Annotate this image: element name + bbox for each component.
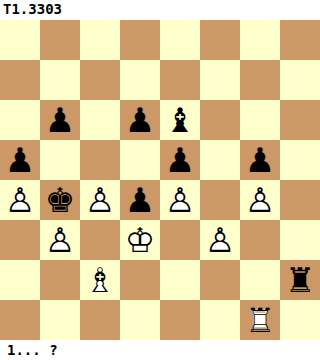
white-pawn[interactable]: ♟♙ — [40, 220, 80, 260]
black-pawn[interactable]: ♟ — [120, 180, 160, 220]
square-e5[interactable]: ♟ — [160, 140, 200, 180]
square-g3[interactable] — [240, 220, 280, 260]
square-h7[interactable] — [280, 60, 320, 100]
square-a7[interactable] — [0, 60, 40, 100]
square-g2[interactable] — [240, 260, 280, 300]
square-c7[interactable] — [80, 60, 120, 100]
square-f6[interactable] — [200, 100, 240, 140]
square-e7[interactable] — [160, 60, 200, 100]
square-c2[interactable]: ♝♗ — [80, 260, 120, 300]
square-e2[interactable] — [160, 260, 200, 300]
piece-fill: ♝ — [160, 100, 200, 140]
square-e8[interactable] — [160, 20, 200, 60]
piece-fill: ♟ — [0, 140, 40, 180]
square-f5[interactable] — [200, 140, 240, 180]
square-d2[interactable] — [120, 260, 160, 300]
black-bishop[interactable]: ♝ — [160, 100, 200, 140]
square-d6[interactable]: ♟ — [120, 100, 160, 140]
square-d1[interactable] — [120, 300, 160, 340]
chess-board: ♟♟♝♟♟♟♟♙♚♟♙♟♟♙♟♙♟♙♚♔♟♙♝♗♜♜♖ — [0, 20, 320, 340]
piece-outline: ♙ — [40, 220, 80, 260]
square-f3[interactable]: ♟♙ — [200, 220, 240, 260]
piece-outline: ♔ — [120, 220, 160, 260]
piece-outline: ♙ — [160, 180, 200, 220]
black-pawn[interactable]: ♟ — [240, 140, 280, 180]
square-b8[interactable] — [40, 20, 80, 60]
square-d4[interactable]: ♟ — [120, 180, 160, 220]
square-g4[interactable]: ♟♙ — [240, 180, 280, 220]
white-pawn[interactable]: ♟♙ — [240, 180, 280, 220]
square-h6[interactable] — [280, 100, 320, 140]
square-h3[interactable] — [280, 220, 320, 260]
square-c8[interactable] — [80, 20, 120, 60]
piece-outline: ♙ — [80, 180, 120, 220]
piece-outline: ♙ — [0, 180, 40, 220]
square-b1[interactable] — [40, 300, 80, 340]
square-d8[interactable] — [120, 20, 160, 60]
white-king[interactable]: ♚♔ — [120, 220, 160, 260]
square-a8[interactable] — [0, 20, 40, 60]
square-b4[interactable]: ♚ — [40, 180, 80, 220]
square-h5[interactable] — [280, 140, 320, 180]
black-pawn[interactable]: ♟ — [0, 140, 40, 180]
square-d3[interactable]: ♚♔ — [120, 220, 160, 260]
square-c4[interactable]: ♟♙ — [80, 180, 120, 220]
black-pawn[interactable]: ♟ — [120, 100, 160, 140]
square-f7[interactable] — [200, 60, 240, 100]
square-e4[interactable]: ♟♙ — [160, 180, 200, 220]
black-king[interactable]: ♚ — [40, 180, 80, 220]
piece-fill: ♟ — [240, 140, 280, 180]
white-pawn[interactable]: ♟♙ — [0, 180, 40, 220]
piece-fill: ♟ — [120, 180, 160, 220]
piece-fill: ♟ — [120, 100, 160, 140]
white-pawn[interactable]: ♟♙ — [80, 180, 120, 220]
square-g1[interactable]: ♜♖ — [240, 300, 280, 340]
piece-outline: ♙ — [240, 180, 280, 220]
square-g6[interactable] — [240, 100, 280, 140]
square-b2[interactable] — [40, 260, 80, 300]
square-g8[interactable] — [240, 20, 280, 60]
square-e1[interactable] — [160, 300, 200, 340]
square-g7[interactable] — [240, 60, 280, 100]
black-pawn[interactable]: ♟ — [160, 140, 200, 180]
square-h8[interactable] — [280, 20, 320, 60]
square-c5[interactable] — [80, 140, 120, 180]
square-b5[interactable] — [40, 140, 80, 180]
piece-fill: ♚ — [40, 180, 80, 220]
square-a3[interactable] — [0, 220, 40, 260]
square-a5[interactable]: ♟ — [0, 140, 40, 180]
square-f8[interactable] — [200, 20, 240, 60]
piece-outline: ♙ — [200, 220, 240, 260]
square-h4[interactable] — [280, 180, 320, 220]
white-rook[interactable]: ♜♖ — [240, 300, 280, 340]
move-prompt: 1... ? — [0, 340, 320, 360]
square-e6[interactable]: ♝ — [160, 100, 200, 140]
white-pawn[interactable]: ♟♙ — [200, 220, 240, 260]
square-d7[interactable] — [120, 60, 160, 100]
square-f4[interactable] — [200, 180, 240, 220]
square-e3[interactable] — [160, 220, 200, 260]
square-c6[interactable] — [80, 100, 120, 140]
square-a1[interactable] — [0, 300, 40, 340]
square-b3[interactable]: ♟♙ — [40, 220, 80, 260]
square-h2[interactable]: ♜ — [280, 260, 320, 300]
white-bishop[interactable]: ♝♗ — [80, 260, 120, 300]
square-f1[interactable] — [200, 300, 240, 340]
black-rook[interactable]: ♜ — [280, 260, 320, 300]
piece-fill: ♜ — [280, 260, 320, 300]
white-pawn[interactable]: ♟♙ — [160, 180, 200, 220]
square-c1[interactable] — [80, 300, 120, 340]
piece-fill: ♟ — [160, 140, 200, 180]
square-b7[interactable] — [40, 60, 80, 100]
square-b6[interactable]: ♟ — [40, 100, 80, 140]
diagram-title: T1.3303 — [0, 0, 320, 20]
square-c3[interactable] — [80, 220, 120, 260]
black-pawn[interactable]: ♟ — [40, 100, 80, 140]
piece-outline: ♖ — [240, 300, 280, 340]
square-a6[interactable] — [0, 100, 40, 140]
piece-fill: ♟ — [40, 100, 80, 140]
square-d5[interactable] — [120, 140, 160, 180]
square-a4[interactable]: ♟♙ — [0, 180, 40, 220]
square-a2[interactable] — [0, 260, 40, 300]
square-g5[interactable]: ♟ — [240, 140, 280, 180]
piece-outline: ♗ — [80, 260, 120, 300]
square-f2[interactable] — [200, 260, 240, 300]
square-h1[interactable] — [280, 300, 320, 340]
